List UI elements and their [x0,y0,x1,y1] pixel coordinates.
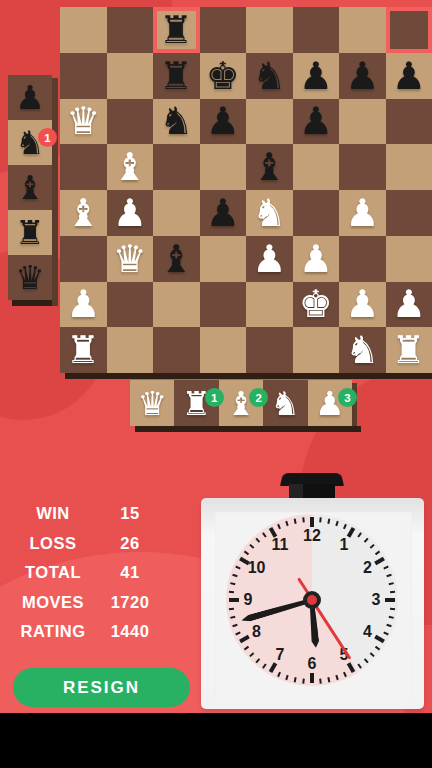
stat-row-loss: LOSS26 [8,529,162,559]
clock-tick [302,517,305,522]
square-h5[interactable] [386,144,432,190]
black-knight: ♞ [252,57,286,95]
clock-tick [319,678,322,683]
white-rook: ♜ [392,331,426,369]
square-g7[interactable]: ♟ [339,53,386,99]
clock-number-9: 9 [244,591,253,609]
clock-tick [386,573,391,576]
square-e4[interactable]: ♞ [246,190,293,236]
square-c7[interactable]: ♜ [153,53,200,99]
captured-count-badge: 3 [338,388,357,407]
clock-tick [239,635,250,643]
black-pawn: ♟ [392,57,426,95]
square-b2[interactable] [107,282,154,328]
chess-board: ♜♜♚♞♟♟♟♛♞♟♟♝♝♝♟♟♞♟♛♝♟♟♟♚♟♟♜♞♜ [60,7,432,373]
stat-value: 41 [98,563,162,582]
screen: ♜♜♚♞♟♟♟♛♞♟♟♝♝♝♟♟♞♟♛♝♟♟♟♚♟♟♜♞♜ ♟♞1♝♜♛ ♛♜1… [0,0,432,768]
white-pawn: ♟ [345,285,379,323]
clock-tick [294,677,297,682]
square-g8[interactable] [339,7,386,53]
stat-row-rating: RATING1440 [8,617,162,647]
captured-cell-4: ♞ [263,380,307,426]
square-d2[interactable] [200,282,247,328]
stat-label: MOVES [8,593,98,612]
square-d8[interactable] [200,7,247,53]
clock-tick [370,543,375,548]
clock-tick [357,663,362,668]
white-pawn: ♟ [299,240,333,278]
square-e5[interactable]: ♝ [246,144,293,190]
white-rook: ♜ [66,331,100,369]
square-a3[interactable] [60,236,107,282]
clock-tick [335,520,338,525]
clock-tick [302,678,305,683]
clock-tick [255,537,260,542]
bottom-capture-tray: ♛♜1♝2♞♟3 [130,380,352,426]
chess-clock: 121234567891011 [201,498,424,709]
square-f8[interactable] [293,7,340,53]
square-d6[interactable]: ♟ [200,99,247,145]
clock-tick [327,518,330,523]
square-a6[interactable]: ♛ [60,99,107,145]
square-f6[interactable]: ♟ [293,99,340,145]
clock-number-1: 1 [340,536,349,554]
clock-tick [310,517,314,527]
stat-value: 15 [98,504,162,523]
square-c4[interactable] [153,190,200,236]
clock-tick [244,645,249,650]
clock-tick [230,615,235,618]
square-b4[interactable]: ♟ [107,190,154,236]
white-queen: ♛ [66,102,100,140]
clock-tick [364,658,369,663]
square-e2[interactable] [246,282,293,328]
square-e8[interactable] [246,7,293,53]
clock-tick [385,598,395,602]
stat-row-moves: MOVES1720 [8,588,162,618]
clock-number-7: 7 [276,646,285,664]
captured-count-badge: 1 [38,128,57,147]
clock-number-10: 10 [248,559,266,577]
black-bishop: ♝ [252,148,286,186]
white-bishop: ♝ [66,194,100,232]
stat-row-total: TOTAL41 [8,558,162,588]
white-pawn: ♟ [252,240,286,278]
clock-tick [364,537,369,542]
black-rook: ♜ [159,57,193,95]
clock-tick [249,543,254,548]
clock-number-8: 8 [252,623,261,641]
captured-cell-5: ♛ [8,255,52,300]
stat-label: WIN [8,504,98,523]
clock-tick [244,550,249,555]
square-g2[interactable]: ♟ [339,282,386,328]
square-a5[interactable] [60,144,107,190]
black-queen: ♛ [15,261,45,294]
square-d1[interactable] [200,327,247,373]
square-a4[interactable]: ♝ [60,190,107,236]
clock-tick [357,532,362,537]
clock-tick [262,663,267,668]
white-pawn: ♟ [66,285,100,323]
clock-tick [235,631,240,635]
white-bishop: ♝ [113,148,147,186]
clock-tick [390,607,395,610]
square-c1[interactable] [153,327,200,373]
black-rook: ♜ [159,11,193,49]
captured-cell-2: ♜1 [174,380,218,426]
square-b7[interactable] [107,53,154,99]
stat-row-win: WIN15 [8,499,162,529]
clock-tick [285,520,288,525]
square-d4[interactable]: ♟ [200,190,247,236]
black-pawn: ♟ [299,102,333,140]
white-knight: ♞ [345,331,379,369]
clock-tick [389,615,394,618]
square-e3[interactable]: ♟ [246,236,293,282]
square-h6[interactable] [386,99,432,145]
square-d5[interactable] [200,144,247,190]
square-h3[interactable] [386,236,432,282]
stat-value: 1720 [98,593,162,612]
clock-tick [389,582,394,585]
clock-number-11: 11 [272,536,289,554]
square-f5[interactable] [293,144,340,190]
stat-value: 1440 [98,622,162,641]
black-knight: ♞ [159,102,193,140]
clock-center-pin-dot [307,595,317,605]
clock-number-12: 12 [303,527,321,545]
clock-number-6: 6 [308,655,317,673]
stat-label: LOSS [8,534,98,553]
clock-knob-neck [289,484,335,499]
clock-tick [235,565,240,569]
black-king: ♚ [206,57,240,95]
clock-tick [249,652,254,657]
black-pawn: ♟ [206,194,240,232]
bottom-black-bar [0,713,432,768]
clock-tick [374,635,385,643]
square-c2[interactable] [153,282,200,328]
captured-cell-4: ♜ [8,210,52,255]
captured-cell-1: ♛ [130,380,174,426]
clock-tick [230,582,235,585]
square-a7[interactable] [60,53,107,99]
clock-tick [310,673,314,683]
white-knight: ♞ [271,387,301,420]
clock-tick [229,590,234,593]
square-h7[interactable]: ♟ [386,53,432,99]
clock-tick [370,652,375,657]
black-bishop: ♝ [15,171,45,204]
square-c8[interactable]: ♜ [153,7,200,53]
square-f3[interactable]: ♟ [293,236,340,282]
square-e1[interactable] [246,327,293,373]
square-b6[interactable] [107,99,154,145]
clock-tick [343,523,347,528]
captured-cell-2: ♞1 [8,120,52,165]
left-capture-tray: ♟♞1♝♜♛ [8,75,52,300]
captured-cell-3: ♝ [8,165,52,210]
clock-tick [319,517,322,522]
stats-panel: WIN15LOSS26TOTAL41MOVES1720RATING1440 [8,499,162,647]
square-d3[interactable] [200,236,247,282]
square-f7[interactable]: ♟ [293,53,340,99]
clock-tick [277,523,281,528]
square-h4[interactable] [386,190,432,236]
stat-value: 26 [98,534,162,553]
square-g1[interactable]: ♞ [339,327,386,373]
black-pawn: ♟ [206,102,240,140]
square-f1[interactable] [293,327,340,373]
clock-tick [229,598,239,602]
square-h2[interactable]: ♟ [386,282,432,328]
black-rook: ♜ [15,216,45,249]
white-queen: ♛ [137,387,167,420]
clock-tick [386,623,391,626]
stat-label: RATING [8,622,98,641]
resign-button[interactable]: RESIGN [13,668,190,707]
captured-cell-3: ♝2 [219,380,263,426]
square-f2[interactable]: ♚ [293,282,340,328]
clock-number-2: 2 [363,559,372,577]
square-g3[interactable] [339,236,386,282]
white-king: ♚ [299,285,333,323]
white-pawn: ♟ [392,285,426,323]
clock-tick [285,674,288,679]
clock-tick [327,677,330,682]
square-d7[interactable]: ♚ [200,53,247,99]
square-e6[interactable] [246,99,293,145]
square-a2[interactable]: ♟ [60,282,107,328]
stat-label: TOTAL [8,563,98,582]
clock-tick [374,557,385,565]
clock-tick [232,623,237,626]
captured-cell-1: ♟ [8,75,52,120]
clock-face: 121234567891011 [226,514,398,686]
clock-tick [383,565,388,569]
square-e7[interactable]: ♞ [246,53,293,99]
square-c3[interactable]: ♝ [153,236,200,282]
square-b3[interactable]: ♛ [107,236,154,282]
captured-cell-5: ♟3 [308,380,352,426]
square-g4[interactable]: ♟ [339,190,386,236]
black-pawn: ♟ [15,81,45,114]
clock-tick [375,645,380,650]
white-pawn: ♟ [113,194,147,232]
square-b1[interactable] [107,327,154,373]
clock-tick [262,532,267,537]
white-queen: ♛ [113,240,147,278]
white-knight: ♞ [252,194,286,232]
clock-tick [335,674,338,679]
square-c5[interactable] [153,144,200,190]
white-pawn: ♟ [345,194,379,232]
square-h8[interactable] [386,7,432,53]
clock-number-3: 3 [372,591,381,609]
black-bishop: ♝ [159,240,193,278]
square-b5[interactable]: ♝ [107,144,154,190]
square-h1[interactable]: ♜ [386,327,432,373]
square-g5[interactable] [339,144,386,190]
clock-tick [343,671,347,676]
clock-tick [229,607,234,610]
black-pawn: ♟ [345,57,379,95]
square-a1[interactable]: ♜ [60,327,107,373]
black-pawn: ♟ [299,57,333,95]
captured-count-badge: 1 [205,388,224,407]
clock-tick [375,550,380,555]
clock-number-4: 4 [363,623,372,641]
clock-tick [255,658,260,663]
clock-tick [294,518,297,523]
square-g6[interactable] [339,99,386,145]
clock-tick [383,631,388,635]
square-c6[interactable]: ♞ [153,99,200,145]
square-a8[interactable] [60,7,107,53]
clock-tick [232,573,237,576]
clock-tick [390,590,395,593]
square-f4[interactable] [293,190,340,236]
square-b8[interactable] [107,7,154,53]
clock-tick [277,671,281,676]
